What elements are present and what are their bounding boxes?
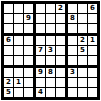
sudoku-box-3: 6 bbox=[4, 36, 33, 65]
cell-r1c8[interactable] bbox=[78, 4, 87, 13]
cell-r1c3[interactable] bbox=[24, 4, 33, 13]
cell-r5c8: 5 bbox=[78, 46, 87, 55]
sudoku-box-7: 984 bbox=[36, 68, 65, 97]
cell-r6c9[interactable] bbox=[88, 56, 97, 65]
cell-r4c9: 1 bbox=[88, 36, 97, 45]
cell-r9c4: 4 bbox=[36, 88, 45, 97]
cell-r7c5: 8 bbox=[46, 68, 55, 77]
cell-r3c9[interactable] bbox=[88, 24, 97, 33]
cell-r5c2[interactable] bbox=[14, 46, 23, 55]
cell-r7c1[interactable] bbox=[4, 68, 13, 77]
cell-r4c4[interactable] bbox=[36, 36, 45, 45]
cell-r9c1: 5 bbox=[4, 88, 13, 97]
cell-r9c8[interactable] bbox=[78, 88, 87, 97]
cell-r1c4[interactable] bbox=[36, 4, 45, 13]
cell-r6c1[interactable] bbox=[4, 56, 13, 65]
cell-r1c2[interactable] bbox=[14, 4, 23, 13]
cell-r2c1[interactable] bbox=[4, 14, 13, 23]
cell-r4c2[interactable] bbox=[14, 36, 23, 45]
cell-r2c9[interactable] bbox=[88, 14, 97, 23]
cell-r9c5[interactable] bbox=[46, 88, 55, 97]
cell-r3c5[interactable] bbox=[46, 24, 55, 33]
sudoku-box-1: 2 bbox=[36, 4, 65, 33]
cell-r5c6[interactable] bbox=[56, 46, 65, 55]
sudoku-box-8: 3 bbox=[68, 68, 97, 97]
cell-r9c2[interactable] bbox=[14, 88, 23, 97]
cell-r7c6[interactable] bbox=[56, 68, 65, 77]
cell-r7c9[interactable] bbox=[88, 68, 97, 77]
cell-r1c1[interactable] bbox=[4, 4, 13, 13]
cell-r2c8[interactable] bbox=[78, 14, 87, 23]
cell-r6c5[interactable] bbox=[46, 56, 55, 65]
cell-r8c1: 2 bbox=[4, 78, 13, 87]
cell-r4c1: 6 bbox=[4, 36, 13, 45]
cell-r6c3[interactable] bbox=[24, 56, 33, 65]
cell-r3c2[interactable] bbox=[14, 24, 23, 33]
cell-r8c3[interactable] bbox=[24, 78, 33, 87]
cell-r8c2: 1 bbox=[14, 78, 23, 87]
cell-r5c4: 7 bbox=[36, 46, 45, 55]
cell-r5c9[interactable] bbox=[88, 46, 97, 55]
cell-r1c9: 6 bbox=[88, 4, 97, 13]
cell-r7c3[interactable] bbox=[24, 68, 33, 77]
cell-r9c3[interactable] bbox=[24, 88, 33, 97]
sudoku-box-2: 68 bbox=[68, 4, 97, 33]
cell-r3c4[interactable] bbox=[36, 24, 45, 33]
cell-r8c6[interactable] bbox=[56, 78, 65, 87]
cell-r2c7: 8 bbox=[68, 14, 77, 23]
cell-r4c5[interactable] bbox=[46, 36, 55, 45]
cell-r7c2[interactable] bbox=[14, 68, 23, 77]
sudoku-box-6: 215 bbox=[4, 68, 33, 97]
cell-r1c6: 2 bbox=[56, 4, 65, 13]
cell-r2c5[interactable] bbox=[46, 14, 55, 23]
cell-r6c4[interactable] bbox=[36, 56, 45, 65]
cell-r9c9[interactable] bbox=[88, 88, 97, 97]
cell-r8c7[interactable] bbox=[68, 78, 77, 87]
cell-r7c8[interactable] bbox=[78, 68, 87, 77]
cell-r4c7[interactable] bbox=[68, 36, 77, 45]
cell-r6c2[interactable] bbox=[14, 56, 23, 65]
cell-r2c6[interactable] bbox=[56, 14, 65, 23]
cell-r8c8[interactable] bbox=[78, 78, 87, 87]
cell-r6c7[interactable] bbox=[68, 56, 77, 65]
cell-r6c6[interactable] bbox=[56, 56, 65, 65]
cell-r9c7[interactable] bbox=[68, 88, 77, 97]
cell-r5c5: 3 bbox=[46, 46, 55, 55]
sudoku-board: 92686732152159843 bbox=[1, 1, 100, 100]
cell-r7c4: 9 bbox=[36, 68, 45, 77]
sudoku-box-0: 9 bbox=[4, 4, 33, 33]
cell-r4c6[interactable] bbox=[56, 36, 65, 45]
cell-r7c7: 3 bbox=[68, 68, 77, 77]
cell-r2c3: 9 bbox=[24, 14, 33, 23]
cell-r3c1[interactable] bbox=[4, 24, 13, 33]
cell-r2c2[interactable] bbox=[14, 14, 23, 23]
cell-r6c8[interactable] bbox=[78, 56, 87, 65]
cell-r1c7[interactable] bbox=[68, 4, 77, 13]
sudoku-box-5: 215 bbox=[68, 36, 97, 65]
cell-r3c6[interactable] bbox=[56, 24, 65, 33]
cell-r2c4[interactable] bbox=[36, 14, 45, 23]
cell-r3c8[interactable] bbox=[78, 24, 87, 33]
cell-r3c3[interactable] bbox=[24, 24, 33, 33]
cell-r4c3[interactable] bbox=[24, 36, 33, 45]
cell-r5c1[interactable] bbox=[4, 46, 13, 55]
cell-r1c5[interactable] bbox=[46, 4, 55, 13]
cell-r8c5[interactable] bbox=[46, 78, 55, 87]
cell-r8c9[interactable] bbox=[88, 78, 97, 87]
sudoku-box-4: 73 bbox=[36, 36, 65, 65]
cell-r9c6[interactable] bbox=[56, 88, 65, 97]
cell-r3c7[interactable] bbox=[68, 24, 77, 33]
cell-r5c3[interactable] bbox=[24, 46, 33, 55]
cell-r5c7[interactable] bbox=[68, 46, 77, 55]
cell-r4c8: 2 bbox=[78, 36, 87, 45]
cell-r8c4[interactable] bbox=[36, 78, 45, 87]
